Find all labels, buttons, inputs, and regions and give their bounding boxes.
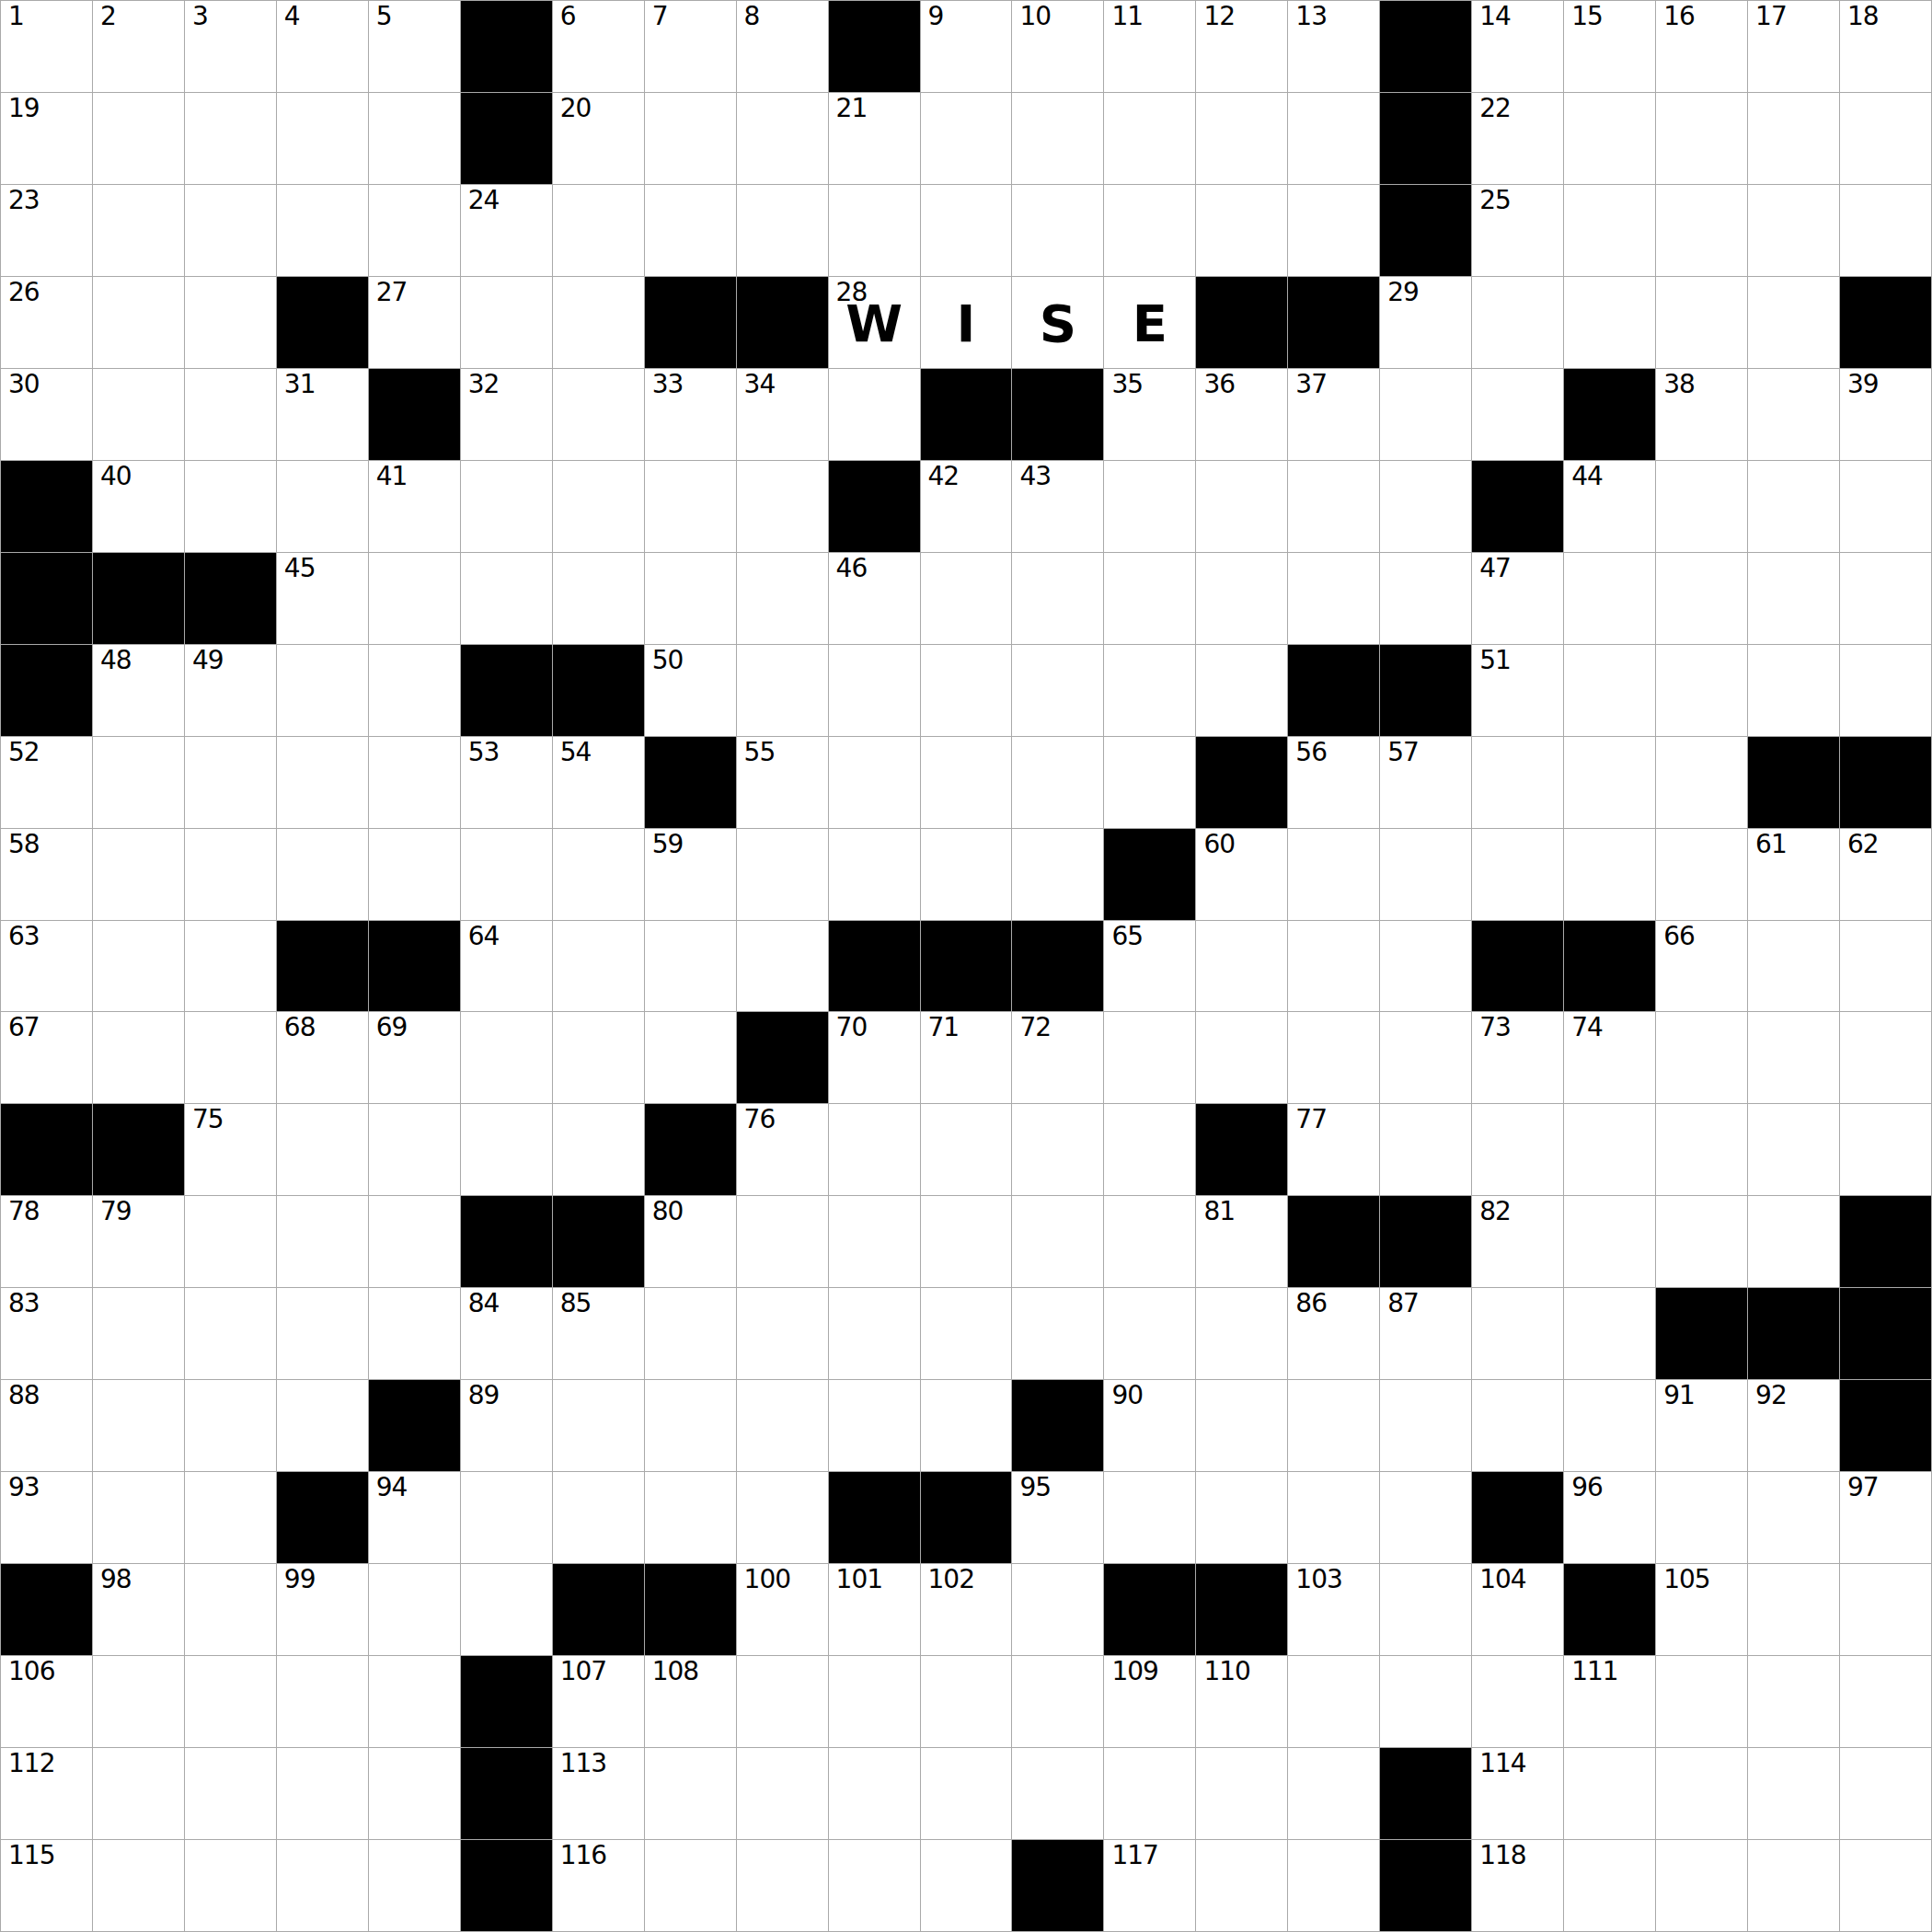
grid-cell[interactable]: [1288, 461, 1379, 552]
grid-cell[interactable]: [369, 1288, 460, 1379]
grid-cell[interactable]: [1564, 737, 1655, 828]
grid-cell[interactable]: 45: [277, 553, 368, 644]
grid-cell[interactable]: [829, 1380, 920, 1471]
grid-cell[interactable]: [93, 737, 184, 828]
grid-cell[interactable]: [1012, 737, 1103, 828]
grid-cell[interactable]: [93, 1012, 184, 1103]
grid-cell[interactable]: [737, 1288, 828, 1379]
grid-cell[interactable]: [1288, 921, 1379, 1012]
grid-cell[interactable]: [369, 645, 460, 736]
grid-cell[interactable]: [921, 93, 1012, 184]
grid-cell[interactable]: 79: [93, 1196, 184, 1287]
grid-cell[interactable]: [1472, 369, 1563, 460]
grid-cell[interactable]: 111: [1564, 1656, 1655, 1747]
grid-cell[interactable]: [185, 1472, 276, 1563]
grid-cell[interactable]: 26: [1, 277, 92, 368]
grid-cell[interactable]: [1288, 553, 1379, 644]
grid-cell[interactable]: [829, 369, 920, 460]
grid-cell[interactable]: [369, 93, 460, 184]
grid-cell[interactable]: 88: [1, 1380, 92, 1471]
grid-cell[interactable]: 95: [1012, 1472, 1103, 1563]
grid-cell[interactable]: [1012, 185, 1103, 276]
grid-cell[interactable]: [1748, 277, 1839, 368]
grid-cell[interactable]: [1380, 921, 1471, 1012]
grid-cell[interactable]: 101: [829, 1564, 920, 1655]
grid-cell[interactable]: [1288, 829, 1379, 920]
grid-cell[interactable]: [1748, 1564, 1839, 1655]
grid-cell[interactable]: [1012, 1748, 1103, 1839]
grid-cell[interactable]: [1012, 553, 1103, 644]
grid-cell[interactable]: 12: [1196, 1, 1287, 92]
grid-cell[interactable]: [185, 369, 276, 460]
grid-cell[interactable]: [185, 829, 276, 920]
grid-cell[interactable]: [185, 185, 276, 276]
grid-cell[interactable]: 76: [737, 1104, 828, 1195]
grid-cell[interactable]: [645, 1288, 736, 1379]
grid-cell[interactable]: 66: [1656, 921, 1747, 1012]
grid-cell[interactable]: 47: [1472, 553, 1563, 644]
grid-cell[interactable]: [645, 1472, 736, 1563]
grid-cell[interactable]: [461, 829, 552, 920]
grid-cell[interactable]: 24: [461, 185, 552, 276]
grid-cell[interactable]: 59: [645, 829, 736, 920]
grid-cell[interactable]: [829, 1840, 920, 1931]
grid-cell[interactable]: 4: [277, 1, 368, 92]
grid-cell[interactable]: [1656, 553, 1747, 644]
grid-cell[interactable]: 20: [553, 93, 644, 184]
grid-cell[interactable]: 68: [277, 1012, 368, 1103]
grid-cell[interactable]: [553, 277, 644, 368]
grid-cell[interactable]: [1840, 1748, 1931, 1839]
grid-cell[interactable]: 10: [1012, 1, 1103, 92]
grid-cell[interactable]: [461, 1472, 552, 1563]
grid-cell[interactable]: 6: [553, 1, 644, 92]
grid-cell[interactable]: [921, 1288, 1012, 1379]
grid-cell[interactable]: 36: [1196, 369, 1287, 460]
grid-cell[interactable]: [1104, 1288, 1195, 1379]
grid-cell[interactable]: [737, 645, 828, 736]
grid-cell[interactable]: 51: [1472, 645, 1563, 736]
grid-cell[interactable]: 114: [1472, 1748, 1563, 1839]
grid-cell[interactable]: [1104, 1748, 1195, 1839]
grid-cell[interactable]: 44: [1564, 461, 1655, 552]
grid-cell[interactable]: [1196, 921, 1287, 1012]
grid-cell[interactable]: [921, 829, 1012, 920]
grid-cell[interactable]: 89: [461, 1380, 552, 1471]
grid-cell[interactable]: [1288, 93, 1379, 184]
grid-cell[interactable]: [1104, 645, 1195, 736]
grid-cell[interactable]: [645, 93, 736, 184]
grid-cell[interactable]: [1564, 1104, 1655, 1195]
grid-cell[interactable]: 7: [645, 1, 736, 92]
grid-cell[interactable]: [1196, 553, 1287, 644]
grid-cell[interactable]: [737, 1196, 828, 1287]
grid-cell[interactable]: [553, 921, 644, 1012]
grid-cell[interactable]: 34: [737, 369, 828, 460]
grid-cell[interactable]: [645, 1748, 736, 1839]
grid-cell[interactable]: [921, 553, 1012, 644]
grid-cell[interactable]: [921, 645, 1012, 736]
grid-cell[interactable]: [93, 185, 184, 276]
grid-cell[interactable]: 70: [829, 1012, 920, 1103]
grid-cell[interactable]: [369, 185, 460, 276]
grid-cell[interactable]: 33: [645, 369, 736, 460]
grid-cell[interactable]: [93, 93, 184, 184]
grid-cell[interactable]: [1656, 1104, 1747, 1195]
grid-cell[interactable]: [1748, 921, 1839, 1012]
grid-cell[interactable]: 49: [185, 645, 276, 736]
grid-cell[interactable]: 63: [1, 921, 92, 1012]
grid-cell[interactable]: [737, 1840, 828, 1931]
grid-cell[interactable]: [1012, 1104, 1103, 1195]
grid-cell[interactable]: [277, 1840, 368, 1931]
grid-cell[interactable]: [645, 1380, 736, 1471]
grid-cell[interactable]: [1840, 921, 1931, 1012]
grid-cell[interactable]: [185, 921, 276, 1012]
grid-cell[interactable]: 48: [93, 645, 184, 736]
grid-cell[interactable]: [737, 1380, 828, 1471]
grid-cell[interactable]: [93, 1472, 184, 1563]
grid-cell[interactable]: [1472, 1380, 1563, 1471]
grid-cell[interactable]: [553, 1472, 644, 1563]
grid-cell[interactable]: 8: [737, 1, 828, 92]
grid-cell[interactable]: [185, 1196, 276, 1287]
grid-cell[interactable]: [277, 1748, 368, 1839]
grid-cell[interactable]: [645, 461, 736, 552]
grid-cell[interactable]: [829, 829, 920, 920]
grid-cell[interactable]: [737, 1656, 828, 1747]
grid-cell[interactable]: [1564, 1380, 1655, 1471]
grid-cell[interactable]: 57: [1380, 737, 1471, 828]
grid-cell[interactable]: [1748, 93, 1839, 184]
grid-cell[interactable]: 16: [1656, 1, 1747, 92]
grid-cell[interactable]: [737, 93, 828, 184]
grid-cell[interactable]: [1288, 1656, 1379, 1747]
grid-cell[interactable]: [93, 829, 184, 920]
grid-cell[interactable]: [185, 461, 276, 552]
grid-cell[interactable]: 28W: [829, 277, 920, 368]
grid-cell[interactable]: [1196, 1012, 1287, 1103]
grid-cell[interactable]: 92: [1748, 1380, 1839, 1471]
grid-cell[interactable]: 86: [1288, 1288, 1379, 1379]
grid-cell[interactable]: 58: [1, 829, 92, 920]
grid-cell[interactable]: [369, 1656, 460, 1747]
grid-cell[interactable]: 5: [369, 1, 460, 92]
grid-cell[interactable]: 82: [1472, 1196, 1563, 1287]
grid-cell[interactable]: [1104, 1196, 1195, 1287]
grid-cell[interactable]: [1564, 1840, 1655, 1931]
grid-cell[interactable]: E: [1104, 277, 1195, 368]
grid-cell[interactable]: [1012, 1288, 1103, 1379]
grid-cell[interactable]: [1564, 645, 1655, 736]
grid-cell[interactable]: [829, 185, 920, 276]
grid-cell[interactable]: [553, 829, 644, 920]
grid-cell[interactable]: 103: [1288, 1564, 1379, 1655]
grid-cell[interactable]: [1840, 1104, 1931, 1195]
grid-cell[interactable]: [185, 1564, 276, 1655]
grid-cell[interactable]: 99: [277, 1564, 368, 1655]
grid-cell[interactable]: [1840, 1012, 1931, 1103]
grid-cell[interactable]: [277, 461, 368, 552]
grid-cell[interactable]: [1380, 553, 1471, 644]
grid-cell[interactable]: 67: [1, 1012, 92, 1103]
grid-cell[interactable]: 13: [1288, 1, 1379, 92]
grid-cell[interactable]: 61: [1748, 829, 1839, 920]
grid-cell[interactable]: 118: [1472, 1840, 1563, 1931]
grid-cell[interactable]: [1288, 1748, 1379, 1839]
grid-cell[interactable]: [1564, 1748, 1655, 1839]
grid-cell[interactable]: [921, 737, 1012, 828]
grid-cell[interactable]: [277, 1380, 368, 1471]
grid-cell[interactable]: [1656, 1196, 1747, 1287]
grid-cell[interactable]: 83: [1, 1288, 92, 1379]
grid-cell[interactable]: 65: [1104, 921, 1195, 1012]
grid-cell[interactable]: [829, 1288, 920, 1379]
grid-cell[interactable]: 105: [1656, 1564, 1747, 1655]
grid-cell[interactable]: [1656, 1748, 1747, 1839]
grid-cell[interactable]: [737, 1472, 828, 1563]
grid-cell[interactable]: [737, 1748, 828, 1839]
grid-cell[interactable]: [1012, 1564, 1103, 1655]
grid-cell[interactable]: [1656, 1012, 1747, 1103]
grid-cell[interactable]: [1012, 1196, 1103, 1287]
grid-cell[interactable]: [1196, 185, 1287, 276]
grid-cell[interactable]: [185, 1840, 276, 1931]
grid-cell[interactable]: [1196, 1748, 1287, 1839]
grid-cell[interactable]: [1288, 1380, 1379, 1471]
grid-cell[interactable]: [461, 1564, 552, 1655]
grid-cell[interactable]: [1196, 1840, 1287, 1931]
grid-cell[interactable]: 93: [1, 1472, 92, 1563]
grid-cell[interactable]: [1748, 1840, 1839, 1931]
grid-cell[interactable]: 97: [1840, 1472, 1931, 1563]
grid-cell[interactable]: [737, 553, 828, 644]
grid-cell[interactable]: [1840, 1656, 1931, 1747]
grid-cell[interactable]: 54: [553, 737, 644, 828]
grid-cell[interactable]: [185, 277, 276, 368]
grid-cell[interactable]: I: [921, 277, 1012, 368]
grid-cell[interactable]: [1472, 277, 1563, 368]
grid-cell[interactable]: [1104, 1472, 1195, 1563]
grid-cell[interactable]: [921, 1380, 1012, 1471]
grid-cell[interactable]: [1840, 553, 1931, 644]
grid-cell[interactable]: [1748, 1012, 1839, 1103]
grid-cell[interactable]: [277, 1656, 368, 1747]
grid-cell[interactable]: 116: [553, 1840, 644, 1931]
grid-cell[interactable]: [277, 737, 368, 828]
grid-cell[interactable]: [1196, 1472, 1287, 1563]
grid-cell[interactable]: S: [1012, 277, 1103, 368]
grid-cell[interactable]: 109: [1104, 1656, 1195, 1747]
grid-cell[interactable]: 91: [1656, 1380, 1747, 1471]
grid-cell[interactable]: [1196, 93, 1287, 184]
grid-cell[interactable]: [369, 1840, 460, 1931]
grid-cell[interactable]: [93, 1840, 184, 1931]
grid-cell[interactable]: [185, 1288, 276, 1379]
grid-cell[interactable]: 107: [553, 1656, 644, 1747]
grid-cell[interactable]: [1564, 1196, 1655, 1287]
grid-cell[interactable]: [737, 921, 828, 1012]
grid-cell[interactable]: 100: [737, 1564, 828, 1655]
grid-cell[interactable]: [1472, 1656, 1563, 1747]
grid-cell[interactable]: 62: [1840, 829, 1931, 920]
grid-cell[interactable]: 74: [1564, 1012, 1655, 1103]
grid-cell[interactable]: [277, 1104, 368, 1195]
grid-cell[interactable]: 50: [645, 645, 736, 736]
grid-cell[interactable]: 69: [369, 1012, 460, 1103]
grid-cell[interactable]: [1656, 645, 1747, 736]
grid-cell[interactable]: [1104, 93, 1195, 184]
grid-cell[interactable]: 29: [1380, 277, 1471, 368]
grid-cell[interactable]: 23: [1, 185, 92, 276]
grid-cell[interactable]: [1012, 1656, 1103, 1747]
grid-cell[interactable]: [1748, 185, 1839, 276]
grid-cell[interactable]: [369, 1104, 460, 1195]
grid-cell[interactable]: [645, 921, 736, 1012]
grid-cell[interactable]: [1748, 645, 1839, 736]
grid-cell[interactable]: [553, 369, 644, 460]
grid-cell[interactable]: [185, 1656, 276, 1747]
grid-cell[interactable]: [1380, 369, 1471, 460]
grid-cell[interactable]: 117: [1104, 1840, 1195, 1931]
grid-cell[interactable]: [1196, 1380, 1287, 1471]
grid-cell[interactable]: 60: [1196, 829, 1287, 920]
grid-cell[interactable]: [737, 185, 828, 276]
grid-cell[interactable]: [277, 645, 368, 736]
grid-cell[interactable]: 64: [461, 921, 552, 1012]
grid-cell[interactable]: [93, 1748, 184, 1839]
grid-cell[interactable]: 38: [1656, 369, 1747, 460]
grid-cell[interactable]: [1380, 1656, 1471, 1747]
grid-cell[interactable]: [277, 93, 368, 184]
grid-cell[interactable]: [1196, 645, 1287, 736]
grid-cell[interactable]: [1656, 277, 1747, 368]
grid-cell[interactable]: 19: [1, 93, 92, 184]
grid-cell[interactable]: [829, 1196, 920, 1287]
grid-cell[interactable]: 53: [461, 737, 552, 828]
grid-cell[interactable]: 17: [1748, 1, 1839, 92]
grid-cell[interactable]: [93, 1380, 184, 1471]
grid-cell[interactable]: 72: [1012, 1012, 1103, 1103]
grid-cell[interactable]: 85: [553, 1288, 644, 1379]
grid-cell[interactable]: [461, 277, 552, 368]
grid-cell[interactable]: [553, 185, 644, 276]
grid-cell[interactable]: [829, 1656, 920, 1747]
grid-cell[interactable]: [93, 921, 184, 1012]
grid-cell[interactable]: 90: [1104, 1380, 1195, 1471]
grid-cell[interactable]: [1104, 461, 1195, 552]
grid-cell[interactable]: [185, 737, 276, 828]
grid-cell[interactable]: [185, 1380, 276, 1471]
grid-cell[interactable]: [185, 1748, 276, 1839]
grid-cell[interactable]: [1288, 185, 1379, 276]
grid-cell[interactable]: [1656, 93, 1747, 184]
grid-cell[interactable]: 81: [1196, 1196, 1287, 1287]
grid-cell[interactable]: 42: [921, 461, 1012, 552]
grid-cell[interactable]: [1748, 553, 1839, 644]
grid-cell[interactable]: [1656, 1840, 1747, 1931]
grid-cell[interactable]: 73: [1472, 1012, 1563, 1103]
grid-cell[interactable]: [277, 829, 368, 920]
grid-cell[interactable]: [553, 1380, 644, 1471]
grid-cell[interactable]: [921, 1104, 1012, 1195]
grid-cell[interactable]: [369, 1196, 460, 1287]
grid-cell[interactable]: [1012, 829, 1103, 920]
grid-cell[interactable]: [1472, 829, 1563, 920]
grid-cell[interactable]: [737, 829, 828, 920]
grid-cell[interactable]: [1012, 645, 1103, 736]
grid-cell[interactable]: 96: [1564, 1472, 1655, 1563]
grid-cell[interactable]: [1564, 553, 1655, 644]
grid-cell[interactable]: [1840, 1564, 1931, 1655]
grid-cell[interactable]: 14: [1472, 1, 1563, 92]
grid-cell[interactable]: [1380, 1104, 1471, 1195]
grid-cell[interactable]: [461, 1104, 552, 1195]
grid-cell[interactable]: [737, 461, 828, 552]
grid-cell[interactable]: 46: [829, 553, 920, 644]
grid-cell[interactable]: [1656, 1656, 1747, 1747]
grid-cell[interactable]: [1656, 461, 1747, 552]
grid-cell[interactable]: [93, 1656, 184, 1747]
grid-cell[interactable]: [185, 1012, 276, 1103]
grid-cell[interactable]: 84: [461, 1288, 552, 1379]
grid-cell[interactable]: [1748, 1196, 1839, 1287]
grid-cell[interactable]: [1748, 369, 1839, 460]
grid-cell[interactable]: [1380, 1564, 1471, 1655]
grid-cell[interactable]: 2: [93, 1, 184, 92]
grid-cell[interactable]: 43: [1012, 461, 1103, 552]
grid-cell[interactable]: 110: [1196, 1656, 1287, 1747]
grid-cell[interactable]: 32: [461, 369, 552, 460]
grid-cell[interactable]: 41: [369, 461, 460, 552]
grid-cell[interactable]: 75: [185, 1104, 276, 1195]
grid-cell[interactable]: 22: [1472, 93, 1563, 184]
grid-cell[interactable]: 71: [921, 1012, 1012, 1103]
grid-cell[interactable]: [553, 461, 644, 552]
grid-cell[interactable]: 108: [645, 1656, 736, 1747]
grid-cell[interactable]: 77: [1288, 1104, 1379, 1195]
grid-cell[interactable]: [369, 1564, 460, 1655]
grid-cell[interactable]: [921, 1748, 1012, 1839]
grid-cell[interactable]: [1288, 1012, 1379, 1103]
grid-cell[interactable]: [1748, 1472, 1839, 1563]
grid-cell[interactable]: 27: [369, 277, 460, 368]
grid-cell[interactable]: [645, 185, 736, 276]
grid-cell[interactable]: [1472, 737, 1563, 828]
grid-cell[interactable]: [1380, 829, 1471, 920]
grid-cell[interactable]: [829, 645, 920, 736]
grid-cell[interactable]: [829, 737, 920, 828]
grid-cell[interactable]: [369, 829, 460, 920]
grid-cell[interactable]: [1288, 1472, 1379, 1563]
grid-cell[interactable]: 112: [1, 1748, 92, 1839]
grid-cell[interactable]: 9: [921, 1, 1012, 92]
grid-cell[interactable]: 55: [737, 737, 828, 828]
grid-cell[interactable]: [553, 1104, 644, 1195]
grid-cell[interactable]: [1472, 1288, 1563, 1379]
grid-cell[interactable]: 39: [1840, 369, 1931, 460]
grid-cell[interactable]: [1564, 829, 1655, 920]
grid-cell[interactable]: [553, 553, 644, 644]
grid-cell[interactable]: 30: [1, 369, 92, 460]
grid-cell[interactable]: [1288, 1840, 1379, 1931]
grid-cell[interactable]: [277, 1196, 368, 1287]
grid-cell[interactable]: [1840, 461, 1931, 552]
grid-cell[interactable]: 18: [1840, 1, 1931, 92]
grid-cell[interactable]: [829, 1748, 920, 1839]
grid-cell[interactable]: 1: [1, 1, 92, 92]
grid-cell[interactable]: [1840, 93, 1931, 184]
